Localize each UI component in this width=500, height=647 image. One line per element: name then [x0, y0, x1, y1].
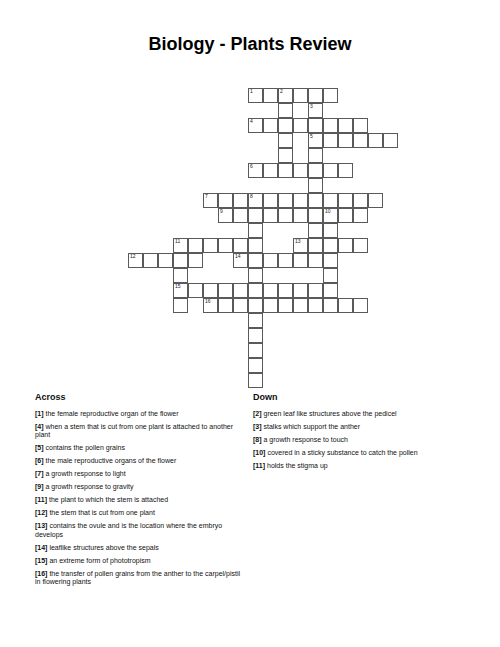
grid-cell — [323, 298, 338, 313]
grid-cell — [248, 298, 263, 313]
clue: [10] covered in a sticky substance to ca… — [253, 449, 481, 458]
grid-cell — [323, 118, 338, 133]
grid-cell — [293, 253, 308, 268]
grid-cell: 5 — [308, 133, 323, 148]
grid-cell — [263, 193, 278, 208]
grid-cell: 4 — [248, 118, 263, 133]
grid-cell — [158, 253, 173, 268]
grid-cell — [143, 253, 158, 268]
clue: [1] the female reproductive organ of the… — [35, 410, 247, 419]
grid-cell: 12 — [128, 253, 143, 268]
grid-cell — [218, 238, 233, 253]
grid-cell — [353, 118, 368, 133]
grid-cell — [233, 283, 248, 298]
grid-cell — [248, 358, 263, 373]
clue-number: [11] — [253, 462, 265, 469]
clue: [16] the transfer of pollen grains from … — [35, 570, 247, 587]
clue-number: [1] — [35, 410, 44, 417]
cell-number: 10 — [325, 209, 331, 214]
clue: [12] the stem that is cut from one plant — [35, 509, 247, 518]
page-title: Biology - Plants Review — [0, 34, 500, 55]
grid-cell — [353, 298, 368, 313]
grid-cell — [278, 193, 293, 208]
grid-cell — [323, 253, 338, 268]
grid-cell — [248, 268, 263, 283]
grid-cell — [248, 373, 263, 388]
grid-cell — [338, 208, 353, 223]
clue-number: [12] — [35, 509, 47, 516]
grid-cell — [248, 313, 263, 328]
grid-cell — [188, 253, 203, 268]
grid-cell — [173, 253, 188, 268]
grid-cell: 3 — [308, 103, 323, 118]
grid-cell — [353, 193, 368, 208]
grid-cell — [248, 208, 263, 223]
grid-cell — [353, 208, 368, 223]
grid-cell — [278, 208, 293, 223]
clue: [4] when a stem that is cut from one pla… — [35, 423, 247, 440]
clue-number: [15] — [35, 557, 47, 564]
grid-cell — [173, 268, 188, 283]
grid-cell — [323, 88, 338, 103]
grid-cell — [353, 238, 368, 253]
grid-cell — [308, 148, 323, 163]
grid-cell — [248, 283, 263, 298]
cell-number: 8 — [250, 194, 253, 199]
grid-cell — [308, 193, 323, 208]
across-clue-list: [1] the female reproductive organ of the… — [35, 410, 247, 587]
grid-cell — [323, 133, 338, 148]
grid-cell — [233, 193, 248, 208]
grid-cell — [293, 163, 308, 178]
grid-cell — [278, 298, 293, 313]
grid-cell — [263, 163, 278, 178]
cell-number: 16 — [205, 299, 211, 304]
cell-number: 14 — [235, 254, 241, 259]
grid-cell — [233, 298, 248, 313]
grid-cell — [278, 103, 293, 118]
grid-cell — [323, 193, 338, 208]
grid-cell — [278, 133, 293, 148]
grid-cell — [248, 223, 263, 238]
grid-cell — [293, 283, 308, 298]
clue-number: [7] — [35, 470, 44, 477]
cell-number: 7 — [205, 194, 208, 199]
grid-cell — [368, 133, 383, 148]
clue: [9] a growth response to gravity — [35, 483, 247, 492]
grid-cell — [308, 88, 323, 103]
grid-cell — [338, 118, 353, 133]
clue: [3] stalks which support the anther — [253, 423, 481, 432]
grid-cell — [308, 283, 323, 298]
cell-number: 15 — [175, 284, 181, 289]
grid-cell: 14 — [233, 253, 248, 268]
clue-number: [4] — [35, 423, 44, 430]
clue-number: [10] — [253, 449, 265, 456]
crossword-grid: 12345678910111312141516 — [68, 88, 408, 393]
cell-number: 12 — [130, 254, 136, 259]
clue-number: [2] — [253, 410, 262, 417]
grid-cell — [308, 118, 323, 133]
grid-cell: 6 — [248, 163, 263, 178]
cell-number: 1 — [250, 89, 253, 94]
clue: [8] a growth response to touch — [253, 436, 481, 445]
cell-number: 2 — [280, 89, 283, 94]
grid-cell: 11 — [173, 238, 188, 253]
clue-number: [11] — [35, 496, 47, 503]
grid-cell: 2 — [278, 88, 293, 103]
grid-cell — [308, 223, 323, 238]
cell-number: 3 — [310, 104, 313, 109]
clue-number: [13] — [35, 522, 47, 529]
clue: [13] contains the ovule and is the locat… — [35, 522, 247, 539]
grid-cell — [203, 238, 218, 253]
grid-cell — [338, 193, 353, 208]
clue-number: [8] — [253, 436, 262, 443]
grid-cell: 10 — [323, 208, 338, 223]
clue: [5] contains the pollen grains — [35, 444, 247, 453]
clue: [14] leaflike structures above the sepal… — [35, 544, 247, 553]
grid-cell — [263, 118, 278, 133]
grid-cell — [263, 253, 278, 268]
grid-cell — [308, 238, 323, 253]
grid-cell — [293, 88, 308, 103]
grid-cell — [278, 118, 293, 133]
grid-cell — [323, 163, 338, 178]
down-clue-list: [2] green leaf like structures above the… — [253, 410, 481, 471]
clue-number: [6] — [35, 457, 44, 464]
grid-cell: 8 — [248, 193, 263, 208]
grid-cell: 9 — [218, 208, 233, 223]
grid-cell — [218, 298, 233, 313]
grid-cell — [323, 238, 338, 253]
grid-cell — [248, 343, 263, 358]
grid-cell — [248, 253, 263, 268]
grid-cell — [308, 178, 323, 193]
grid-cell — [173, 298, 188, 313]
grid-cell — [233, 238, 248, 253]
grid-cell — [248, 328, 263, 343]
across-clues: Across [1] the female reproductive organ… — [35, 393, 247, 591]
clue: [11] the plant to which the stem is atta… — [35, 496, 247, 505]
grid-cell — [338, 298, 353, 313]
grid-cell — [323, 283, 338, 298]
grid-cell — [308, 163, 323, 178]
grid-cell — [188, 238, 203, 253]
grid-cell: 16 — [203, 298, 218, 313]
down-header: Down — [253, 393, 481, 402]
grid-cell: 15 — [173, 283, 188, 298]
grid-cell — [293, 118, 308, 133]
grid-cell — [293, 298, 308, 313]
clue: [7] a growth response to light — [35, 470, 247, 479]
across-header: Across — [35, 393, 247, 402]
grid-cell: 1 — [248, 88, 263, 103]
grid-cell — [308, 208, 323, 223]
grid-cell — [278, 163, 293, 178]
grid-cell — [308, 253, 323, 268]
grid-cell — [263, 298, 278, 313]
clue-number: [14] — [35, 544, 47, 551]
grid-cell — [353, 133, 368, 148]
grid-cell — [233, 208, 248, 223]
grid-cell — [278, 148, 293, 163]
grid-cell — [248, 238, 263, 253]
clue-number: [5] — [35, 444, 44, 451]
grid-cell — [218, 283, 233, 298]
cell-number: 6 — [250, 164, 253, 169]
grid-cell: 13 — [293, 238, 308, 253]
grid-cell — [278, 253, 293, 268]
grid-cell — [278, 283, 293, 298]
grid-cell — [338, 133, 353, 148]
grid-cell — [263, 208, 278, 223]
grid-cell — [203, 283, 218, 298]
clue: [6] the male reproductive organs of the … — [35, 457, 247, 466]
grid-cell — [323, 268, 338, 283]
cell-number: 13 — [295, 239, 301, 244]
clue: [2] green leaf like structures above the… — [253, 410, 481, 419]
grid-cell — [263, 88, 278, 103]
cell-number: 5 — [310, 134, 313, 139]
grid-cell — [338, 238, 353, 253]
grid-cell — [368, 193, 383, 208]
grid-cell — [188, 283, 203, 298]
clue-number: [16] — [35, 570, 47, 577]
grid-cell — [218, 193, 233, 208]
cell-number: 4 — [250, 119, 253, 124]
down-clues: Down [2] green leaf like structures abov… — [253, 393, 481, 475]
grid-cell — [308, 298, 323, 313]
grid-cell — [263, 283, 278, 298]
cell-number: 9 — [220, 209, 223, 214]
cell-number: 11 — [175, 239, 180, 244]
grid-cell: 7 — [203, 193, 218, 208]
clue-number: [9] — [35, 483, 44, 490]
grid-cell — [383, 133, 398, 148]
grid-cell — [293, 208, 308, 223]
clue: [11] holds the stigma up — [253, 462, 481, 471]
grid-cell — [323, 223, 338, 238]
clue: [15] an extreme form of phototropism — [35, 557, 247, 566]
grid-cell — [293, 193, 308, 208]
clue-number: [3] — [253, 423, 262, 430]
grid-cell — [338, 163, 353, 178]
